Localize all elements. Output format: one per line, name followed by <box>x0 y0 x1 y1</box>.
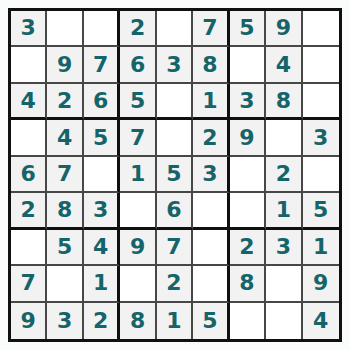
cell-r8c6[interactable] <box>193 266 229 302</box>
cell-r6c2[interactable]: 8 <box>47 193 83 229</box>
cell-r6c9[interactable]: 5 <box>303 193 339 229</box>
cell-r2c8[interactable]: 4 <box>266 47 302 83</box>
cell-r1c3[interactable] <box>84 11 120 47</box>
cell-r3c4[interactable]: 5 <box>120 84 156 120</box>
cell-r5c9[interactable] <box>303 157 339 193</box>
cell-r2c6[interactable]: 8 <box>193 47 229 83</box>
cell-r9c6[interactable]: 5 <box>193 303 229 339</box>
cell-r6c8[interactable]: 1 <box>266 193 302 229</box>
cell-r3c6[interactable]: 1 <box>193 84 229 120</box>
cell-r4c1[interactable] <box>11 120 47 156</box>
cell-r9c4[interactable]: 8 <box>120 303 156 339</box>
cell-r7c2[interactable]: 5 <box>47 230 83 266</box>
cell-r4c6[interactable]: 2 <box>193 120 229 156</box>
cell-r8c9[interactable]: 9 <box>303 266 339 302</box>
cell-r2c9[interactable] <box>303 47 339 83</box>
cell-r5c1[interactable]: 6 <box>11 157 47 193</box>
cell-r3c5[interactable] <box>157 84 193 120</box>
cell-r4c2[interactable]: 4 <box>47 120 83 156</box>
cell-r9c5[interactable]: 1 <box>157 303 193 339</box>
cell-r7c4[interactable]: 9 <box>120 230 156 266</box>
cell-r8c1[interactable]: 7 <box>11 266 47 302</box>
cell-r5c4[interactable]: 1 <box>120 157 156 193</box>
cell-r9c1[interactable]: 9 <box>11 303 47 339</box>
cell-r2c5[interactable]: 3 <box>157 47 193 83</box>
cell-r2c4[interactable]: 6 <box>120 47 156 83</box>
cell-r8c3[interactable]: 1 <box>84 266 120 302</box>
cell-r2c7[interactable] <box>230 47 266 83</box>
cell-r6c4[interactable] <box>120 193 156 229</box>
cell-r2c3[interactable]: 7 <box>84 47 120 83</box>
cell-r1c1[interactable]: 3 <box>11 11 47 47</box>
cell-r4c4[interactable]: 7 <box>120 120 156 156</box>
cell-r5c2[interactable]: 7 <box>47 157 83 193</box>
cell-r1c7[interactable]: 5 <box>230 11 266 47</box>
cell-r8c7[interactable]: 8 <box>230 266 266 302</box>
cell-r9c3[interactable]: 2 <box>84 303 120 339</box>
cell-r3c7[interactable]: 3 <box>230 84 266 120</box>
cell-r3c9[interactable] <box>303 84 339 120</box>
cell-r7c7[interactable]: 2 <box>230 230 266 266</box>
cell-r6c7[interactable] <box>230 193 266 229</box>
cell-r5c8[interactable]: 2 <box>266 157 302 193</box>
cell-r4c3[interactable]: 5 <box>84 120 120 156</box>
cell-r1c2[interactable] <box>47 11 83 47</box>
cell-r9c9[interactable]: 4 <box>303 303 339 339</box>
cell-r1c5[interactable] <box>157 11 193 47</box>
cell-r5c5[interactable]: 5 <box>157 157 193 193</box>
cell-r3c1[interactable]: 4 <box>11 84 47 120</box>
cell-r4c7[interactable]: 9 <box>230 120 266 156</box>
cell-r7c1[interactable] <box>11 230 47 266</box>
cell-r6c1[interactable]: 2 <box>11 193 47 229</box>
cell-r9c2[interactable]: 3 <box>47 303 83 339</box>
cell-r7c3[interactable]: 4 <box>84 230 120 266</box>
cell-r8c2[interactable] <box>47 266 83 302</box>
cell-r9c7[interactable] <box>230 303 266 339</box>
cell-r8c4[interactable] <box>120 266 156 302</box>
cell-r6c3[interactable]: 3 <box>84 193 120 229</box>
cell-r1c6[interactable]: 7 <box>193 11 229 47</box>
cell-r8c5[interactable]: 2 <box>157 266 193 302</box>
cell-r5c3[interactable] <box>84 157 120 193</box>
sudoku-board: 3275997638442651384572936715322836155497… <box>8 8 342 342</box>
cell-r1c4[interactable]: 2 <box>120 11 156 47</box>
cell-r6c5[interactable]: 6 <box>157 193 193 229</box>
cell-r5c6[interactable]: 3 <box>193 157 229 193</box>
cell-r3c8[interactable]: 8 <box>266 84 302 120</box>
cell-r7c8[interactable]: 3 <box>266 230 302 266</box>
cell-r6c6[interactable] <box>193 193 229 229</box>
cell-r7c6[interactable] <box>193 230 229 266</box>
cell-r1c9[interactable] <box>303 11 339 47</box>
cell-r2c1[interactable] <box>11 47 47 83</box>
cell-r7c5[interactable]: 7 <box>157 230 193 266</box>
cell-r8c8[interactable] <box>266 266 302 302</box>
cell-r2c2[interactable]: 9 <box>47 47 83 83</box>
cell-r4c8[interactable] <box>266 120 302 156</box>
cell-r4c9[interactable]: 3 <box>303 120 339 156</box>
cell-r5c7[interactable] <box>230 157 266 193</box>
cell-r3c2[interactable]: 2 <box>47 84 83 120</box>
cell-r1c8[interactable]: 9 <box>266 11 302 47</box>
cell-r4c5[interactable] <box>157 120 193 156</box>
cell-r7c9[interactable]: 1 <box>303 230 339 266</box>
cell-r3c3[interactable]: 6 <box>84 84 120 120</box>
cell-r9c8[interactable] <box>266 303 302 339</box>
